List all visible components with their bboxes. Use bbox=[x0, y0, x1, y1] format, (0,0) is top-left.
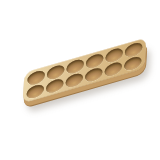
photo-background bbox=[0, 0, 160, 160]
pit-front-3[interactable] bbox=[65, 72, 83, 89]
pit-back-2[interactable] bbox=[47, 63, 65, 80]
pit-front-4[interactable] bbox=[85, 66, 103, 83]
pit-front-5[interactable] bbox=[104, 60, 122, 77]
mancala-board bbox=[22, 38, 146, 104]
pit-back-1[interactable] bbox=[27, 69, 45, 86]
pit-back-3[interactable] bbox=[66, 58, 84, 75]
pit-front-1[interactable] bbox=[26, 83, 44, 100]
pit-back-4[interactable] bbox=[86, 52, 104, 69]
board-pose bbox=[22, 38, 146, 104]
pit-front-2[interactable] bbox=[46, 77, 64, 94]
pit-back-6[interactable] bbox=[125, 41, 143, 58]
pit-back-5[interactable] bbox=[105, 47, 123, 64]
pit-front-6[interactable] bbox=[124, 55, 142, 72]
